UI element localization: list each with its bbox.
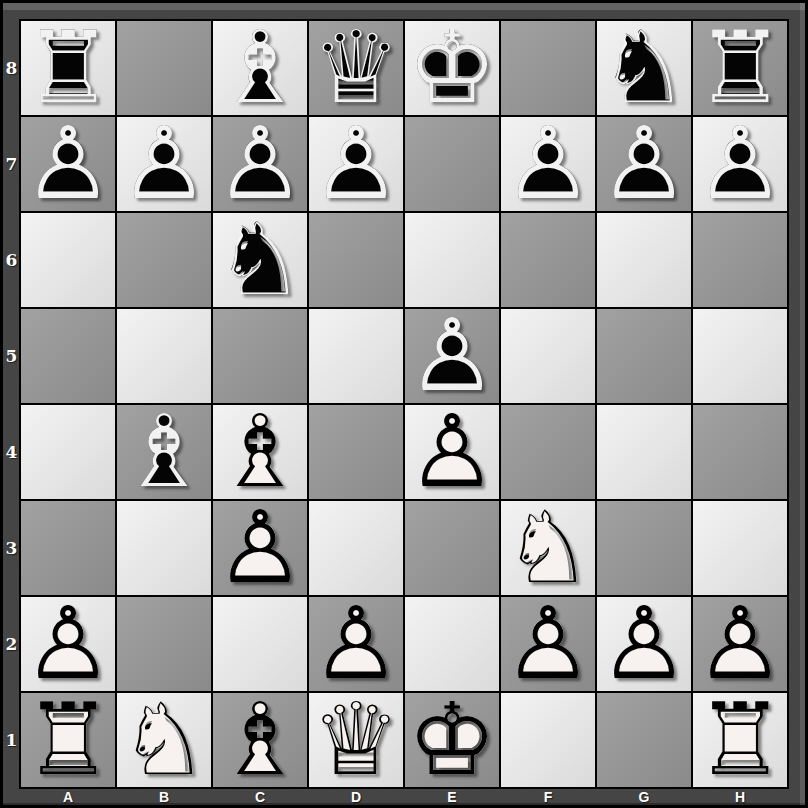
- piece-black-pawn-e5[interactable]: ♟♙: [404, 308, 500, 404]
- piece-white-bishop-c1[interactable]: ♝♗: [212, 692, 308, 788]
- piece-black-rook-h8[interactable]: ♜♖: [692, 20, 788, 116]
- piece-white-pawn-h2[interactable]: ♟♙: [692, 596, 788, 692]
- square-b3[interactable]: [116, 500, 212, 596]
- rank-label-3: 3: [3, 500, 20, 596]
- piece-white-pawn-f2[interactable]: ♟♙: [500, 596, 596, 692]
- rank-label-5: 5: [3, 308, 20, 404]
- piece-white-knight-f3[interactable]: ♞♘: [500, 500, 596, 596]
- square-b8[interactable]: [116, 20, 212, 116]
- square-f7[interactable]: ♟♙: [500, 116, 596, 212]
- file-label-a: A: [20, 788, 116, 805]
- piece-outline-glyph: ♕: [308, 692, 404, 788]
- file-label-b: B: [116, 788, 212, 805]
- piece-black-bishop-c8[interactable]: ♝♗: [212, 20, 308, 116]
- square-c6[interactable]: ♞♘: [212, 212, 308, 308]
- square-c7[interactable]: ♟♙: [212, 116, 308, 212]
- piece-outline-glyph: ♗: [116, 404, 212, 500]
- piece-outline-glyph: ♙: [212, 500, 308, 596]
- piece-white-pawn-e4[interactable]: ♟♙: [404, 404, 500, 500]
- square-b7[interactable]: ♟♙: [116, 116, 212, 212]
- square-e5[interactable]: ♟♙: [404, 308, 500, 404]
- square-c2[interactable]: [212, 596, 308, 692]
- file-label-h: H: [692, 788, 788, 805]
- square-g4[interactable]: [596, 404, 692, 500]
- piece-outline-glyph: ♙: [404, 404, 500, 500]
- rank-label-8: 8: [3, 20, 20, 116]
- square-e4[interactable]: ♟♙: [404, 404, 500, 500]
- piece-outline-glyph: ♘: [116, 692, 212, 788]
- chess-board-border: ♜♖♝♗♛♕♚♔♞♘♜♖♟♙♟♙♟♙♟♙♟♙♟♙♟♙♞♘♟♙♝♗♝♗♟♙♟♙♞♘…: [3, 3, 805, 805]
- piece-outline-glyph: ♙: [20, 116, 116, 212]
- square-d4[interactable]: [308, 404, 404, 500]
- square-g8[interactable]: ♞♘: [596, 20, 692, 116]
- square-d3[interactable]: [308, 500, 404, 596]
- square-d1[interactable]: ♛♕: [308, 692, 404, 788]
- square-c3[interactable]: ♟♙: [212, 500, 308, 596]
- square-a1[interactable]: ♜♖: [20, 692, 116, 788]
- square-c5[interactable]: [212, 308, 308, 404]
- square-e8[interactable]: ♚♔: [404, 20, 500, 116]
- rank-label-4: 4: [3, 404, 20, 500]
- chess-board: ♜♖♝♗♛♕♚♔♞♘♜♖♟♙♟♙♟♙♟♙♟♙♟♙♟♙♞♘♟♙♝♗♝♗♟♙♟♙♞♘…: [20, 20, 788, 788]
- file-label-g: G: [596, 788, 692, 805]
- piece-outline-glyph: ♙: [404, 308, 500, 404]
- square-h2[interactable]: ♟♙: [692, 596, 788, 692]
- square-e2[interactable]: [404, 596, 500, 692]
- square-e7[interactable]: [404, 116, 500, 212]
- piece-black-king-e8[interactable]: ♚♔: [404, 20, 500, 116]
- piece-outline-glyph: ♙: [692, 596, 788, 692]
- piece-outline-glyph: ♔: [404, 692, 500, 788]
- piece-outline-glyph: ♖: [692, 20, 788, 116]
- square-g5[interactable]: [596, 308, 692, 404]
- piece-black-rook-a8[interactable]: ♜♖: [20, 20, 116, 116]
- square-g2[interactable]: ♟♙: [596, 596, 692, 692]
- square-f8[interactable]: [500, 20, 596, 116]
- piece-outline-glyph: ♘: [212, 212, 308, 308]
- piece-white-pawn-a2[interactable]: ♟♙: [20, 596, 116, 692]
- square-g3[interactable]: [596, 500, 692, 596]
- square-e1[interactable]: ♚♔: [404, 692, 500, 788]
- piece-white-knight-b1[interactable]: ♞♘: [116, 692, 212, 788]
- piece-black-pawn-f7[interactable]: ♟♙: [500, 116, 596, 212]
- square-d2[interactable]: ♟♙: [308, 596, 404, 692]
- piece-black-pawn-g7[interactable]: ♟♙: [596, 116, 692, 212]
- piece-black-pawn-h7[interactable]: ♟♙: [692, 116, 788, 212]
- square-b2[interactable]: [116, 596, 212, 692]
- square-e6[interactable]: [404, 212, 500, 308]
- piece-black-pawn-b7[interactable]: ♟♙: [116, 116, 212, 212]
- square-a7[interactable]: ♟♙: [20, 116, 116, 212]
- piece-black-knight-c6[interactable]: ♞♘: [212, 212, 308, 308]
- rank-label-7: 7: [3, 116, 20, 212]
- square-h4[interactable]: [692, 404, 788, 500]
- piece-outline-glyph: ♙: [116, 116, 212, 212]
- square-h5[interactable]: [692, 308, 788, 404]
- square-g1[interactable]: [596, 692, 692, 788]
- square-h8[interactable]: ♜♖: [692, 20, 788, 116]
- piece-white-rook-a1[interactable]: ♜♖: [20, 692, 116, 788]
- piece-outline-glyph: ♗: [212, 20, 308, 116]
- square-e3[interactable]: [404, 500, 500, 596]
- rank-label-1: 1: [3, 692, 20, 788]
- piece-black-pawn-c7[interactable]: ♟♙: [212, 116, 308, 212]
- square-f2[interactable]: ♟♙: [500, 596, 596, 692]
- square-b6[interactable]: [116, 212, 212, 308]
- piece-outline-glyph: ♙: [596, 116, 692, 212]
- square-c4[interactable]: ♝♗: [212, 404, 308, 500]
- piece-black-pawn-a7[interactable]: ♟♙: [20, 116, 116, 212]
- square-b5[interactable]: [116, 308, 212, 404]
- piece-white-pawn-g2[interactable]: ♟♙: [596, 596, 692, 692]
- square-d5[interactable]: [308, 308, 404, 404]
- square-f4[interactable]: [500, 404, 596, 500]
- square-a3[interactable]: [20, 500, 116, 596]
- square-a2[interactable]: ♟♙: [20, 596, 116, 692]
- square-b4[interactable]: ♝♗: [116, 404, 212, 500]
- piece-black-queen-d8[interactable]: ♛♕: [308, 20, 404, 116]
- square-a8[interactable]: ♜♖: [20, 20, 116, 116]
- piece-outline-glyph: ♖: [692, 692, 788, 788]
- rank-label-6: 6: [3, 212, 20, 308]
- rank-label-2: 2: [3, 596, 20, 692]
- square-d6[interactable]: [308, 212, 404, 308]
- square-h7[interactable]: ♟♙: [692, 116, 788, 212]
- square-d8[interactable]: ♛♕: [308, 20, 404, 116]
- piece-outline-glyph: ♗: [212, 404, 308, 500]
- chess-board-frame: ♜♖♝♗♛♕♚♔♞♘♜♖♟♙♟♙♟♙♟♙♟♙♟♙♟♙♞♘♟♙♝♗♝♗♟♙♟♙♞♘…: [0, 0, 808, 808]
- piece-outline-glyph: ♖: [20, 20, 116, 116]
- piece-outline-glyph: ♗: [212, 692, 308, 788]
- square-f5[interactable]: [500, 308, 596, 404]
- piece-outline-glyph: ♖: [20, 692, 116, 788]
- square-h1[interactable]: ♜♖: [692, 692, 788, 788]
- piece-outline-glyph: ♙: [692, 116, 788, 212]
- piece-black-knight-g8[interactable]: ♞♘: [596, 20, 692, 116]
- piece-white-king-e1[interactable]: ♚♔: [404, 692, 500, 788]
- file-label-c: C: [212, 788, 308, 805]
- piece-white-bishop-c4[interactable]: ♝♗: [212, 404, 308, 500]
- square-g6[interactable]: [596, 212, 692, 308]
- piece-white-pawn-d2[interactable]: ♟♙: [308, 596, 404, 692]
- square-f3[interactable]: ♞♘: [500, 500, 596, 596]
- piece-white-rook-h1[interactable]: ♜♖: [692, 692, 788, 788]
- square-f6[interactable]: [500, 212, 596, 308]
- piece-outline-glyph: ♙: [500, 116, 596, 212]
- square-c1[interactable]: ♝♗: [212, 692, 308, 788]
- piece-outline-glyph: ♙: [20, 596, 116, 692]
- square-b1[interactable]: ♞♘: [116, 692, 212, 788]
- square-c8[interactable]: ♝♗: [212, 20, 308, 116]
- file-label-d: D: [308, 788, 404, 805]
- piece-outline-glyph: ♙: [212, 116, 308, 212]
- piece-outline-glyph: ♘: [596, 20, 692, 116]
- file-labels: ABCDEFGH: [20, 788, 788, 805]
- piece-white-queen-d1[interactable]: ♛♕: [308, 692, 404, 788]
- piece-outline-glyph: ♙: [500, 596, 596, 692]
- square-h6[interactable]: [692, 212, 788, 308]
- piece-black-bishop-b4[interactable]: ♝♗: [116, 404, 212, 500]
- piece-outline-glyph: ♘: [500, 500, 596, 596]
- rank-labels: 87654321: [3, 20, 20, 788]
- square-h3[interactable]: [692, 500, 788, 596]
- square-a4[interactable]: [20, 404, 116, 500]
- square-a5[interactable]: [20, 308, 116, 404]
- file-label-e: E: [404, 788, 500, 805]
- square-d7[interactable]: ♟♙: [308, 116, 404, 212]
- file-label-f: F: [500, 788, 596, 805]
- piece-white-pawn-c3[interactable]: ♟♙: [212, 500, 308, 596]
- piece-black-pawn-d7[interactable]: ♟♙: [308, 116, 404, 212]
- square-g7[interactable]: ♟♙: [596, 116, 692, 212]
- piece-outline-glyph: ♙: [596, 596, 692, 692]
- square-a6[interactable]: [20, 212, 116, 308]
- piece-outline-glyph: ♙: [308, 116, 404, 212]
- piece-outline-glyph: ♔: [404, 20, 500, 116]
- piece-outline-glyph: ♙: [308, 596, 404, 692]
- square-f1[interactable]: [500, 692, 596, 788]
- piece-outline-glyph: ♕: [308, 20, 404, 116]
